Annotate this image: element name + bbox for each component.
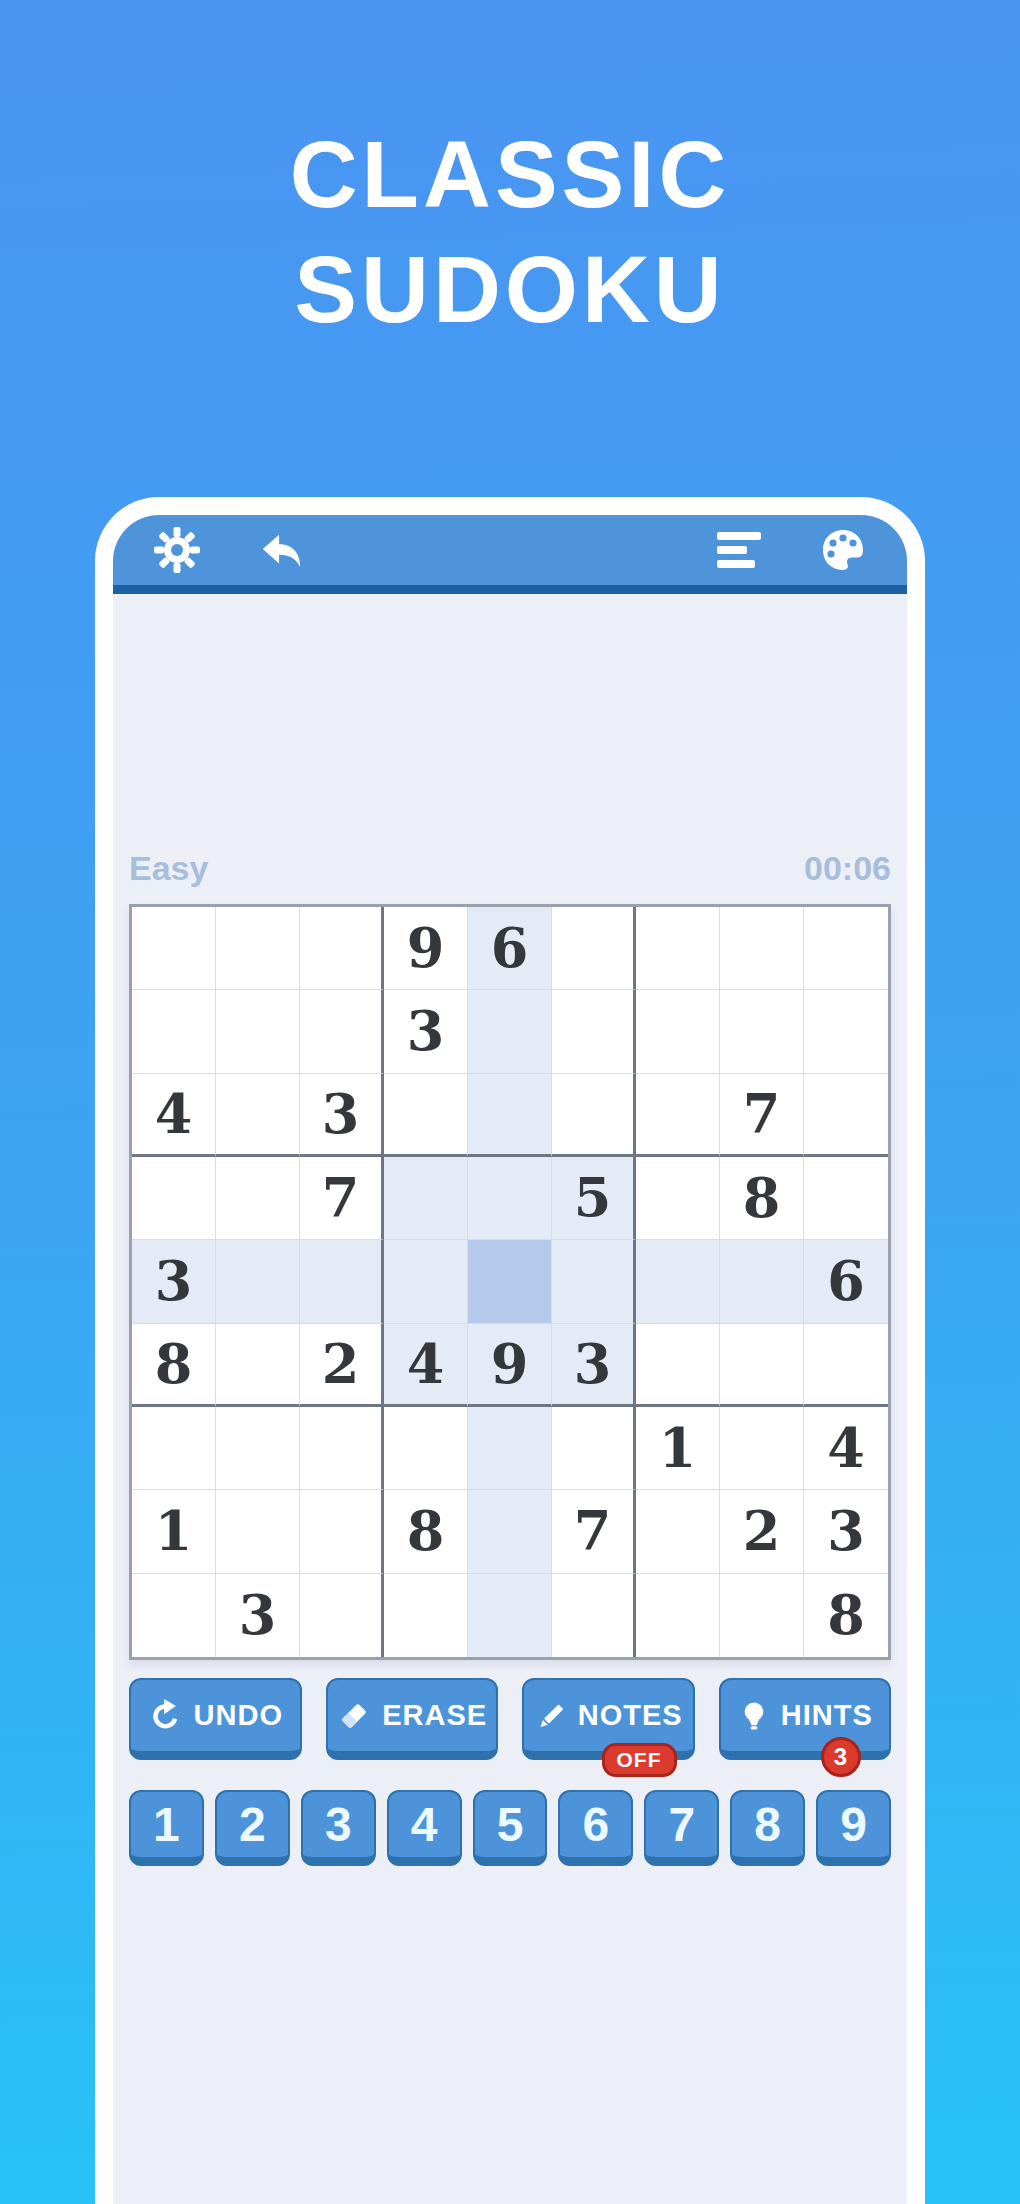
cell-r8c5[interactable] — [468, 1490, 552, 1573]
cell-r6c5[interactable]: 9 — [468, 1324, 552, 1407]
cell-r3c5[interactable] — [468, 1074, 552, 1157]
cell-r1c9[interactable] — [804, 907, 888, 990]
title-line-2: SUDOKU — [0, 233, 1020, 348]
cell-r8c4[interactable]: 8 — [384, 1490, 468, 1573]
cell-r3c3[interactable]: 3 — [300, 1074, 384, 1157]
header-left-group — [153, 526, 305, 574]
cell-r5c9[interactable]: 6 — [804, 1240, 888, 1323]
undo-button[interactable]: UNDO — [129, 1678, 302, 1760]
menu-bars-icon — [717, 532, 761, 568]
numpad-button-9[interactable]: 9 — [816, 1790, 891, 1866]
numpad-button-7[interactable]: 7 — [644, 1790, 719, 1866]
screenshot-root: { "app": { "title_line1": "CLASSIC", "ti… — [0, 0, 1020, 2204]
cell-r8c7[interactable] — [636, 1490, 720, 1573]
cell-r4c4[interactable] — [384, 1157, 468, 1240]
cell-r2c6[interactable] — [552, 990, 636, 1073]
title-line-1: CLASSIC — [0, 118, 1020, 233]
numpad-button-2[interactable]: 2 — [215, 1790, 290, 1866]
cell-r9c3[interactable] — [300, 1574, 384, 1657]
palette-glyph-icon — [819, 526, 867, 574]
cell-r4c9[interactable] — [804, 1157, 888, 1240]
cell-r8c3[interactable] — [300, 1490, 384, 1573]
cell-r4c8[interactable]: 8 — [720, 1157, 804, 1240]
hints-button[interactable]: HINTS 3 — [719, 1678, 892, 1760]
lightbulb-icon — [737, 1699, 771, 1733]
cell-r6c7[interactable] — [636, 1324, 720, 1407]
number-pad: 123456789 — [129, 1790, 891, 1866]
cell-r9c2[interactable]: 3 — [216, 1574, 300, 1657]
cell-r1c4[interactable]: 9 — [384, 907, 468, 990]
cell-r6c2[interactable] — [216, 1324, 300, 1407]
cell-r2c2[interactable] — [216, 990, 300, 1073]
cell-r3c6[interactable] — [552, 1074, 636, 1157]
cell-r8c8[interactable]: 2 — [720, 1490, 804, 1573]
cell-r4c1[interactable] — [132, 1157, 216, 1240]
cell-r2c5[interactable] — [468, 990, 552, 1073]
header-right-group — [715, 526, 867, 574]
cell-r9c8[interactable] — [720, 1574, 804, 1657]
cell-r2c7[interactable] — [636, 990, 720, 1073]
reply-arrow-icon — [258, 527, 304, 573]
cell-r4c3[interactable]: 7 — [300, 1157, 384, 1240]
cell-r2c4[interactable]: 3 — [384, 990, 468, 1073]
cell-r6c9[interactable] — [804, 1324, 888, 1407]
undo-arrow-icon[interactable] — [257, 526, 305, 574]
cell-r2c8[interactable] — [720, 990, 804, 1073]
cell-r4c7[interactable] — [636, 1157, 720, 1240]
cell-r4c6[interactable]: 5 — [552, 1157, 636, 1240]
cell-r3c7[interactable] — [636, 1074, 720, 1157]
cell-r2c3[interactable] — [300, 990, 384, 1073]
cell-r1c6[interactable] — [552, 907, 636, 990]
cell-r1c3[interactable] — [300, 907, 384, 990]
cell-r9c4[interactable] — [384, 1574, 468, 1657]
sudoku-board: 9634377583682493141872338 — [129, 904, 891, 1660]
hints-count-badge: 3 — [821, 1737, 861, 1777]
cell-r7c6[interactable] — [552, 1407, 636, 1490]
cell-r5c7[interactable] — [636, 1240, 720, 1323]
cell-r5c2[interactable] — [216, 1240, 300, 1323]
toolbar: UNDO ERASE NOTES OFF — [129, 1678, 891, 1760]
palette-icon[interactable] — [819, 526, 867, 574]
cell-r5c5[interactable] — [468, 1240, 552, 1323]
erase-button[interactable]: ERASE — [326, 1678, 499, 1760]
cell-r4c5[interactable] — [468, 1157, 552, 1240]
numpad-button-4[interactable]: 4 — [387, 1790, 462, 1866]
eraser-icon — [336, 1698, 372, 1734]
difficulty-label: Easy — [129, 849, 208, 888]
numpad-button-5[interactable]: 5 — [473, 1790, 548, 1866]
cell-r8c2[interactable] — [216, 1490, 300, 1573]
cell-r7c1[interactable] — [132, 1407, 216, 1490]
undo-label: UNDO — [194, 1699, 283, 1732]
cell-r7c3[interactable] — [300, 1407, 384, 1490]
cell-r2c9[interactable] — [804, 990, 888, 1073]
cell-r6c6[interactable]: 3 — [552, 1324, 636, 1407]
cell-r7c8[interactable] — [720, 1407, 804, 1490]
cell-r6c1[interactable]: 8 — [132, 1324, 216, 1407]
hints-label: HINTS — [781, 1699, 873, 1732]
cell-r1c8[interactable] — [720, 907, 804, 990]
status-row: Easy 00:06 — [129, 848, 891, 888]
cell-r1c5[interactable]: 6 — [468, 907, 552, 990]
cell-r9c9[interactable]: 8 — [804, 1574, 888, 1657]
undo-circular-arrow-icon — [148, 1698, 184, 1734]
timer-value: 00:06 — [804, 849, 891, 888]
menu-list-icon[interactable] — [715, 526, 763, 574]
cell-r8c1[interactable]: 1 — [132, 1490, 216, 1573]
cell-r7c4[interactable] — [384, 1407, 468, 1490]
app-header-bar — [113, 515, 907, 594]
cell-r7c7[interactable]: 1 — [636, 1407, 720, 1490]
page-title: CLASSIC SUDOKU — [0, 118, 1020, 347]
cell-r8c9[interactable]: 3 — [804, 1490, 888, 1573]
erase-label: ERASE — [382, 1699, 487, 1732]
settings-gear-icon[interactable] — [153, 526, 201, 574]
notes-button[interactable]: NOTES OFF — [522, 1678, 695, 1760]
numpad-button-3[interactable]: 3 — [301, 1790, 376, 1866]
numpad-button-8[interactable]: 8 — [730, 1790, 805, 1866]
cell-r2c1[interactable] — [132, 990, 216, 1073]
cell-r9c6[interactable] — [552, 1574, 636, 1657]
cell-r7c5[interactable] — [468, 1407, 552, 1490]
numpad-button-1[interactable]: 1 — [129, 1790, 204, 1866]
cell-r7c9[interactable]: 4 — [804, 1407, 888, 1490]
cell-r4c2[interactable] — [216, 1157, 300, 1240]
cell-r5c1[interactable]: 3 — [132, 1240, 216, 1323]
cell-r8c6[interactable]: 7 — [552, 1490, 636, 1573]
cell-r1c7[interactable] — [636, 907, 720, 990]
cell-r3c2[interactable] — [216, 1074, 300, 1157]
numpad-button-6[interactable]: 6 — [558, 1790, 633, 1866]
cell-r9c5[interactable] — [468, 1574, 552, 1657]
cell-r3c8[interactable]: 7 — [720, 1074, 804, 1157]
notes-off-badge: OFF — [602, 1743, 677, 1777]
cell-r5c4[interactable] — [384, 1240, 468, 1323]
pencil-icon — [534, 1699, 568, 1733]
cell-r7c2[interactable] — [216, 1407, 300, 1490]
gear-icon — [153, 526, 201, 574]
cell-r5c6[interactable] — [552, 1240, 636, 1323]
cell-r5c3[interactable] — [300, 1240, 384, 1323]
cell-r6c4[interactable]: 4 — [384, 1324, 468, 1407]
cell-r1c2[interactable] — [216, 907, 300, 990]
cell-r1c1[interactable] — [132, 907, 216, 990]
cell-r3c1[interactable]: 4 — [132, 1074, 216, 1157]
phone-mockup: Easy 00:06 9634377583682493141872338 UND… — [95, 497, 925, 2204]
cell-r9c1[interactable] — [132, 1574, 216, 1657]
cell-r9c7[interactable] — [636, 1574, 720, 1657]
cell-r5c8[interactable] — [720, 1240, 804, 1323]
cell-r6c3[interactable]: 2 — [300, 1324, 384, 1407]
cell-r6c8[interactable] — [720, 1324, 804, 1407]
cell-r3c4[interactable] — [384, 1074, 468, 1157]
notes-label: NOTES — [578, 1699, 683, 1732]
cell-r3c9[interactable] — [804, 1074, 888, 1157]
